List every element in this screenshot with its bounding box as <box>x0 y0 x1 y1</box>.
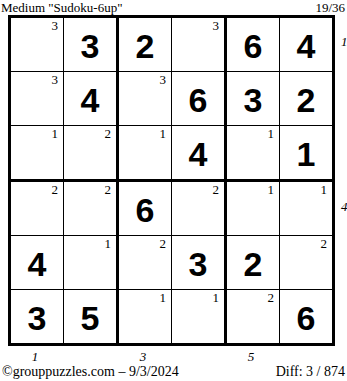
page-title: Medium "Sudoku-6up" <box>1 1 122 14</box>
cell-value: 4 <box>81 83 100 117</box>
cell-r3c2[interactable]: 2 <box>64 126 119 182</box>
pencil-mark: 2 <box>105 127 112 141</box>
pencil-mark: 1 <box>268 127 275 141</box>
pencil-mark: 2 <box>52 183 59 197</box>
puzzle-page: Medium "Sudoku-6up" 19/36 33236434363212… <box>0 0 347 381</box>
pencil-mark: 1 <box>213 291 220 305</box>
cell-r1c1[interactable]: 3 <box>11 18 64 72</box>
cell-r6c3[interactable]: 1 <box>119 290 172 343</box>
cell-value: 3 <box>28 301 47 335</box>
cell-r2c1[interactable]: 3 <box>11 72 64 126</box>
cell-value: 6 <box>297 301 316 335</box>
pencil-mark: 3 <box>52 73 59 87</box>
cell-r5c2[interactable]: 1 <box>64 236 119 290</box>
cell-r2c2[interactable]: 4 <box>64 72 119 126</box>
board-wrap: 332364343632121411226211412322351126 1 4… <box>8 15 335 346</box>
cell-r3c3[interactable]: 1 <box>119 126 172 182</box>
cell-r3c6[interactable]: 1 <box>280 126 332 182</box>
cell-r2c6[interactable]: 2 <box>280 72 332 126</box>
row-label-4: 4 <box>341 200 347 214</box>
cell-r1c6[interactable]: 4 <box>280 18 332 72</box>
pencil-mark: 3 <box>160 73 167 87</box>
cell-r1c2[interactable]: 3 <box>64 18 119 72</box>
col-label-5: 5 <box>248 350 255 364</box>
cell-r5c6[interactable]: 2 <box>280 236 332 290</box>
cell-r2c5[interactable]: 3 <box>227 72 280 126</box>
cell-r3c4[interactable]: 4 <box>172 126 227 182</box>
cell-value: 2 <box>297 83 316 117</box>
cell-value: 5 <box>81 301 100 335</box>
cell-value: 4 <box>297 29 316 63</box>
header: Medium "Sudoku-6up" 19/36 <box>0 0 347 14</box>
cell-r2c4[interactable]: 6 <box>172 72 227 126</box>
cell-r5c1[interactable]: 4 <box>11 236 64 290</box>
cell-value: 6 <box>244 29 263 63</box>
cell-value: 3 <box>81 29 100 63</box>
cell-value: 6 <box>189 83 208 117</box>
pencil-mark: 2 <box>213 183 220 197</box>
cell-r1c5[interactable]: 6 <box>227 18 280 72</box>
copyright-credit: ©grouppuzzles.com – 9/3/2024 <box>2 364 179 379</box>
cell-r5c5[interactable]: 2 <box>227 236 280 290</box>
cell-r4c4[interactable]: 2 <box>172 182 227 236</box>
col-label-3: 3 <box>140 350 147 364</box>
cell-r2c3[interactable]: 3 <box>119 72 172 126</box>
cell-r6c4[interactable]: 1 <box>172 290 227 343</box>
row-label-1: 1 <box>341 35 347 49</box>
cell-r4c3[interactable]: 6 <box>119 182 172 236</box>
pencil-mark: 1 <box>160 127 167 141</box>
cell-r5c4[interactable]: 3 <box>172 236 227 290</box>
cell-r5c3[interactable]: 2 <box>119 236 172 290</box>
pencil-mark: 3 <box>52 19 59 33</box>
pencil-mark: 3 <box>213 19 220 33</box>
cell-value: 4 <box>28 247 47 281</box>
difficulty-text: Diff: 3 / 874 <box>276 364 345 379</box>
cell-value: 3 <box>244 83 263 117</box>
cell-r3c5[interactable]: 1 <box>227 126 280 182</box>
pencil-mark: 1 <box>52 127 59 141</box>
cell-value: 3 <box>189 247 208 281</box>
pencil-mark: 2 <box>268 291 275 305</box>
cell-r1c3[interactable]: 2 <box>119 18 172 72</box>
cell-r4c5[interactable]: 1 <box>227 182 280 236</box>
pencil-mark: 2 <box>160 237 167 251</box>
pencil-mark: 1 <box>321 183 328 197</box>
cell-r1c4[interactable]: 3 <box>172 18 227 72</box>
cell-r4c6[interactable]: 1 <box>280 182 332 236</box>
cell-r4c1[interactable]: 2 <box>11 182 64 236</box>
cell-value: 1 <box>297 137 316 171</box>
pencil-mark: 1 <box>105 237 112 251</box>
pencil-mark: 1 <box>160 291 167 305</box>
cell-value: 4 <box>189 137 208 171</box>
cell-r3c1[interactable]: 1 <box>11 126 64 182</box>
pencil-mark: 2 <box>321 237 328 251</box>
cell-r6c1[interactable]: 3 <box>11 290 64 343</box>
sudoku-board: 332364343632121411226211412322351126 <box>8 15 335 346</box>
col-label-1: 1 <box>32 350 39 364</box>
cell-value: 6 <box>136 193 155 227</box>
cell-r6c6[interactable]: 6 <box>280 290 332 343</box>
pencil-mark: 1 <box>268 183 275 197</box>
cell-value: 2 <box>136 29 155 63</box>
cell-r6c2[interactable]: 5 <box>64 290 119 343</box>
cell-value: 2 <box>244 247 263 281</box>
pencil-mark: 2 <box>105 183 112 197</box>
progress-counter: 19/36 <box>315 1 345 14</box>
cell-r4c2[interactable]: 2 <box>64 182 119 236</box>
footer: ©grouppuzzles.com – 9/3/2024 Diff: 3 / 8… <box>2 364 345 379</box>
cell-r6c5[interactable]: 2 <box>227 290 280 343</box>
